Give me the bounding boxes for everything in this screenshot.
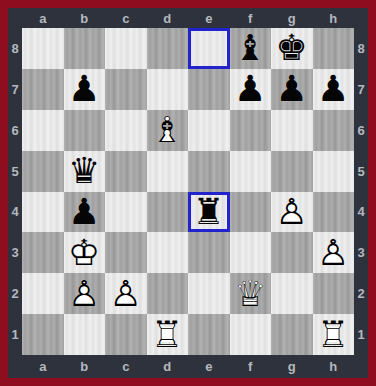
file-label-g: g [271, 355, 313, 378]
piece-fill-glyph: ♟ [64, 69, 106, 110]
rank-labels-right: 8 7 6 5 4 3 2 1 [354, 28, 368, 355]
file-label-a: a [22, 8, 64, 28]
square-d1[interactable]: ♜♖ [147, 314, 189, 355]
square-b1[interactable] [64, 314, 106, 355]
square-h2[interactable] [313, 273, 355, 314]
file-label-e: e [188, 8, 230, 28]
square-c1[interactable] [105, 314, 147, 355]
black-king[interactable]: ♚ [271, 28, 313, 69]
file-label-b: b [64, 355, 106, 378]
square-e2[interactable] [188, 273, 230, 314]
square-d8[interactable] [147, 28, 189, 69]
black-pawn[interactable]: ♟ [64, 192, 106, 233]
piece-fill-glyph: ♟ [271, 69, 313, 110]
square-e1[interactable] [188, 314, 230, 355]
white-pawn[interactable]: ♟♙ [105, 273, 147, 314]
square-f2[interactable]: ♛♕ [230, 273, 272, 314]
square-c5[interactable] [105, 151, 147, 192]
rank-label-3: 3 [354, 232, 368, 273]
rank-labels-left: 8 7 6 5 4 3 2 1 [8, 28, 22, 355]
square-f8[interactable]: ♝ [230, 28, 272, 69]
square-d2[interactable] [147, 273, 189, 314]
square-b7[interactable]: ♟ [64, 69, 106, 110]
square-b8[interactable] [64, 28, 106, 69]
piece-outline-glyph: ♔ [64, 232, 106, 273]
piece-fill-glyph: ♛ [64, 151, 106, 192]
corner-bottom-right [354, 355, 368, 378]
piece-fill-glyph: ♚ [271, 28, 313, 69]
white-pawn[interactable]: ♟♙ [64, 273, 106, 314]
square-h5[interactable] [313, 151, 355, 192]
black-pawn[interactable]: ♟ [230, 69, 272, 110]
square-b4[interactable]: ♟ [64, 192, 106, 233]
chess-app: a b c d e f g h 8 7 6 5 4 3 2 1 ♝♚♟♟♟♟♝♗… [0, 0, 376, 386]
rank-label-5: 5 [354, 151, 368, 192]
black-pawn[interactable]: ♟ [64, 69, 106, 110]
white-rook[interactable]: ♜♖ [147, 314, 189, 355]
square-g8[interactable]: ♚ [271, 28, 313, 69]
square-g2[interactable] [271, 273, 313, 314]
file-label-f: f [230, 355, 272, 378]
square-b6[interactable] [64, 110, 106, 151]
chess-board: ♝♚♟♟♟♟♝♗♛♟♜♟♙♚♔♟♙♟♙♟♙♛♕♜♖♜♖ [22, 28, 354, 355]
file-label-g: g [271, 8, 313, 28]
square-a7[interactable] [22, 69, 64, 110]
file-label-d: d [147, 8, 189, 28]
file-label-h: h [313, 355, 355, 378]
file-label-a: a [22, 355, 64, 378]
white-rook[interactable]: ♜♖ [313, 314, 355, 355]
file-label-b: b [64, 8, 106, 28]
rank-label-8: 8 [354, 28, 368, 69]
white-bishop[interactable]: ♝♗ [147, 110, 189, 151]
square-h6[interactable] [313, 110, 355, 151]
rank-label-6: 6 [8, 110, 22, 151]
square-c3[interactable] [105, 232, 147, 273]
black-rook[interactable]: ♜ [188, 192, 230, 233]
rank-label-3: 3 [8, 232, 22, 273]
rank-label-7: 7 [8, 69, 22, 110]
square-d3[interactable] [147, 232, 189, 273]
square-a4[interactable] [22, 192, 64, 233]
rank-label-4: 4 [8, 192, 22, 233]
square-f4[interactable] [230, 192, 272, 233]
square-e6[interactable] [188, 110, 230, 151]
square-h8[interactable] [313, 28, 355, 69]
square-c7[interactable] [105, 69, 147, 110]
square-d4[interactable] [147, 192, 189, 233]
square-a2[interactable] [22, 273, 64, 314]
file-label-h: h [313, 8, 355, 28]
piece-fill-glyph: ♝ [230, 28, 272, 69]
square-c4[interactable] [105, 192, 147, 233]
file-labels-bottom: a b c d e f g h [22, 355, 354, 378]
square-e3[interactable] [188, 232, 230, 273]
rank-label-7: 7 [354, 69, 368, 110]
file-label-c: c [105, 8, 147, 28]
piece-outline-glyph: ♕ [230, 273, 272, 314]
square-g6[interactable] [271, 110, 313, 151]
rank-label-1: 1 [354, 314, 368, 355]
file-label-d: d [147, 355, 189, 378]
file-label-f: f [230, 8, 272, 28]
black-pawn[interactable]: ♟ [271, 69, 313, 110]
square-b3[interactable]: ♚♔ [64, 232, 106, 273]
piece-fill-glyph: ♟ [230, 69, 272, 110]
square-g7[interactable]: ♟ [271, 69, 313, 110]
square-c8[interactable] [105, 28, 147, 69]
square-a5[interactable] [22, 151, 64, 192]
square-d6[interactable]: ♝♗ [147, 110, 189, 151]
square-c2[interactable]: ♟♙ [105, 273, 147, 314]
rank-label-8: 8 [8, 28, 22, 69]
white-pawn[interactable]: ♟♙ [313, 232, 355, 273]
piece-outline-glyph: ♙ [64, 273, 106, 314]
square-a3[interactable] [22, 232, 64, 273]
file-label-c: c [105, 355, 147, 378]
square-b5[interactable]: ♛ [64, 151, 106, 192]
square-c6[interactable] [105, 110, 147, 151]
square-d5[interactable] [147, 151, 189, 192]
white-king[interactable]: ♚♔ [64, 232, 106, 273]
square-f7[interactable]: ♟ [230, 69, 272, 110]
piece-fill-glyph: ♜ [188, 192, 230, 233]
piece-outline-glyph: ♖ [147, 314, 189, 355]
square-f3[interactable] [230, 232, 272, 273]
file-labels-top: a b c d e f g h [22, 8, 354, 28]
rank-label-4: 4 [354, 192, 368, 233]
board-frame: a b c d e f g h 8 7 6 5 4 3 2 1 ♝♚♟♟♟♟♝♗… [8, 8, 368, 378]
square-f5[interactable] [230, 151, 272, 192]
square-h1[interactable]: ♜♖ [313, 314, 355, 355]
rank-label-2: 2 [354, 273, 368, 314]
square-a1[interactable] [22, 314, 64, 355]
black-bishop[interactable]: ♝ [230, 28, 272, 69]
square-e8[interactable] [188, 28, 230, 69]
piece-outline-glyph: ♙ [271, 192, 313, 233]
corner-top-right [354, 8, 368, 28]
rank-label-5: 5 [8, 151, 22, 192]
square-f6[interactable] [230, 110, 272, 151]
square-f1[interactable] [230, 314, 272, 355]
piece-outline-glyph: ♙ [105, 273, 147, 314]
square-e7[interactable] [188, 69, 230, 110]
square-e4[interactable]: ♜ [188, 192, 230, 233]
square-g4[interactable]: ♟♙ [271, 192, 313, 233]
square-b2[interactable]: ♟♙ [64, 273, 106, 314]
square-a6[interactable] [22, 110, 64, 151]
white-queen[interactable]: ♛♕ [230, 273, 272, 314]
rank-label-6: 6 [354, 110, 368, 151]
square-e5[interactable] [188, 151, 230, 192]
white-pawn[interactable]: ♟♙ [271, 192, 313, 233]
black-queen[interactable]: ♛ [64, 151, 106, 192]
square-g1[interactable] [271, 314, 313, 355]
rank-label-1: 1 [8, 314, 22, 355]
piece-outline-glyph: ♖ [313, 314, 355, 355]
piece-outline-glyph: ♗ [147, 110, 189, 151]
square-h3[interactable]: ♟♙ [313, 232, 355, 273]
square-a8[interactable] [22, 28, 64, 69]
square-g5[interactable] [271, 151, 313, 192]
corner-top-left [8, 8, 22, 28]
corner-bottom-left [8, 355, 22, 378]
piece-outline-glyph: ♙ [313, 232, 355, 273]
square-h4[interactable] [313, 192, 355, 233]
square-h7[interactable]: ♟ [313, 69, 355, 110]
piece-fill-glyph: ♟ [64, 192, 106, 233]
rank-label-2: 2 [8, 273, 22, 314]
square-d7[interactable] [147, 69, 189, 110]
file-label-e: e [188, 355, 230, 378]
square-g3[interactable] [271, 232, 313, 273]
piece-fill-glyph: ♟ [313, 69, 355, 110]
black-pawn[interactable]: ♟ [313, 69, 355, 110]
